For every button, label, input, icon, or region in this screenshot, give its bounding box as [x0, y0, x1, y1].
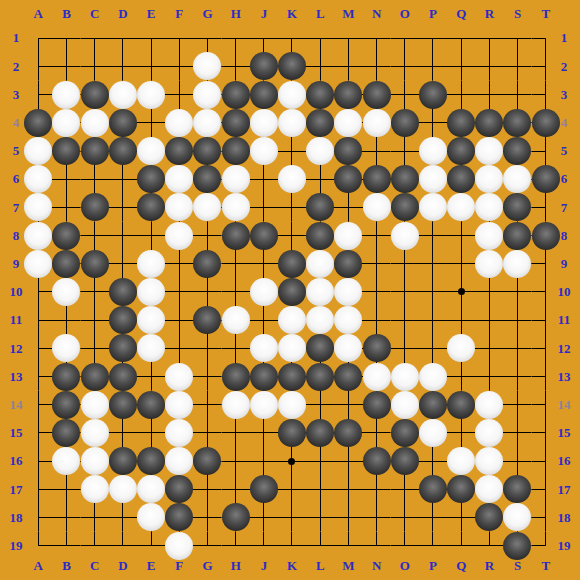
intersection-P4[interactable]: [419, 109, 447, 137]
intersection-R12[interactable]: [475, 334, 503, 362]
intersection-D3[interactable]: [109, 81, 137, 109]
intersection-K13[interactable]: [278, 362, 306, 390]
intersection-K3[interactable]: [278, 81, 306, 109]
intersection-S12[interactable]: [503, 334, 531, 362]
intersection-G10[interactable]: [193, 278, 221, 306]
intersection-E5[interactable]: [137, 137, 165, 165]
intersection-C17[interactable]: [81, 475, 109, 503]
intersection-E6[interactable]: [137, 165, 165, 193]
intersection-D18[interactable]: [109, 503, 137, 531]
intersection-N5[interactable]: [362, 137, 390, 165]
intersection-M7[interactable]: [334, 193, 362, 221]
intersection-E8[interactable]: [137, 222, 165, 250]
intersection-A7[interactable]: [24, 193, 52, 221]
intersection-D12[interactable]: [109, 334, 137, 362]
intersection-D7[interactable]: [109, 193, 137, 221]
intersection-P14[interactable]: [419, 391, 447, 419]
intersection-H8[interactable]: [222, 222, 250, 250]
intersection-R5[interactable]: [475, 137, 503, 165]
intersection-H7[interactable]: [222, 193, 250, 221]
intersection-M6[interactable]: [334, 165, 362, 193]
intersection-R14[interactable]: [475, 391, 503, 419]
intersection-B19[interactable]: [52, 532, 80, 560]
intersection-P13[interactable]: [419, 362, 447, 390]
intersection-G6[interactable]: [193, 165, 221, 193]
intersection-L4[interactable]: [306, 109, 334, 137]
intersection-J13[interactable]: [250, 362, 278, 390]
intersection-K8[interactable]: [278, 222, 306, 250]
intersection-O7[interactable]: [391, 193, 419, 221]
intersection-B4[interactable]: [52, 109, 80, 137]
intersection-M8[interactable]: [334, 222, 362, 250]
intersection-K18[interactable]: [278, 503, 306, 531]
intersection-B12[interactable]: [52, 334, 80, 362]
intersection-C8[interactable]: [81, 222, 109, 250]
intersection-D10[interactable]: [109, 278, 137, 306]
intersection-J19[interactable]: [250, 532, 278, 560]
intersection-Q5[interactable]: [447, 137, 475, 165]
intersection-G18[interactable]: [193, 503, 221, 531]
intersection-O13[interactable]: [391, 362, 419, 390]
intersection-T12[interactable]: [532, 334, 560, 362]
intersection-M19[interactable]: [334, 532, 362, 560]
intersection-J16[interactable]: [250, 447, 278, 475]
intersection-R9[interactable]: [475, 250, 503, 278]
intersection-P12[interactable]: [419, 334, 447, 362]
intersection-L5[interactable]: [306, 137, 334, 165]
intersection-S1[interactable]: [503, 24, 531, 52]
intersection-M13[interactable]: [334, 362, 362, 390]
intersection-S13[interactable]: [503, 362, 531, 390]
intersection-F17[interactable]: [165, 475, 193, 503]
intersection-R19[interactable]: [475, 532, 503, 560]
intersection-N4[interactable]: [362, 109, 390, 137]
intersection-D11[interactable]: [109, 306, 137, 334]
intersection-C2[interactable]: [81, 52, 109, 80]
intersection-B7[interactable]: [52, 193, 80, 221]
intersection-P18[interactable]: [419, 503, 447, 531]
intersection-K11[interactable]: [278, 306, 306, 334]
intersection-H12[interactable]: [222, 334, 250, 362]
intersection-C4[interactable]: [81, 109, 109, 137]
intersection-P5[interactable]: [419, 137, 447, 165]
intersection-E16[interactable]: [137, 447, 165, 475]
intersection-N6[interactable]: [362, 165, 390, 193]
intersection-C3[interactable]: [81, 81, 109, 109]
intersection-J9[interactable]: [250, 250, 278, 278]
intersection-M3[interactable]: [334, 81, 362, 109]
intersection-J2[interactable]: [250, 52, 278, 80]
intersection-S10[interactable]: [503, 278, 531, 306]
intersection-C13[interactable]: [81, 362, 109, 390]
intersection-D6[interactable]: [109, 165, 137, 193]
intersection-L9[interactable]: [306, 250, 334, 278]
intersection-N8[interactable]: [362, 222, 390, 250]
intersection-A6[interactable]: [24, 165, 52, 193]
intersection-G14[interactable]: [193, 391, 221, 419]
intersection-B13[interactable]: [52, 362, 80, 390]
intersection-N19[interactable]: [362, 532, 390, 560]
intersection-T2[interactable]: [532, 52, 560, 80]
intersection-H1[interactable]: [222, 24, 250, 52]
intersection-O15[interactable]: [391, 419, 419, 447]
intersection-K17[interactable]: [278, 475, 306, 503]
intersection-L3[interactable]: [306, 81, 334, 109]
intersection-A5[interactable]: [24, 137, 52, 165]
intersection-R17[interactable]: [475, 475, 503, 503]
intersection-K6[interactable]: [278, 165, 306, 193]
intersection-S14[interactable]: [503, 391, 531, 419]
intersection-B17[interactable]: [52, 475, 80, 503]
intersection-M15[interactable]: [334, 419, 362, 447]
intersection-F12[interactable]: [165, 334, 193, 362]
intersection-D2[interactable]: [109, 52, 137, 80]
intersection-B11[interactable]: [52, 306, 80, 334]
intersection-D14[interactable]: [109, 391, 137, 419]
intersection-H11[interactable]: [222, 306, 250, 334]
intersection-H4[interactable]: [222, 109, 250, 137]
intersection-N7[interactable]: [362, 193, 390, 221]
intersection-T9[interactable]: [532, 250, 560, 278]
intersection-C5[interactable]: [81, 137, 109, 165]
intersection-L16[interactable]: [306, 447, 334, 475]
intersection-E2[interactable]: [137, 52, 165, 80]
intersection-R3[interactable]: [475, 81, 503, 109]
intersection-J3[interactable]: [250, 81, 278, 109]
intersection-T15[interactable]: [532, 419, 560, 447]
intersection-D8[interactable]: [109, 222, 137, 250]
intersection-H13[interactable]: [222, 362, 250, 390]
intersection-T8[interactable]: [532, 222, 560, 250]
intersection-T4[interactable]: [532, 109, 560, 137]
intersection-K19[interactable]: [278, 532, 306, 560]
intersection-Q6[interactable]: [447, 165, 475, 193]
go-board[interactable]: [24, 24, 560, 560]
intersection-F2[interactable]: [165, 52, 193, 80]
intersection-E1[interactable]: [137, 24, 165, 52]
intersection-Q14[interactable]: [447, 391, 475, 419]
intersection-P2[interactable]: [419, 52, 447, 80]
intersection-N1[interactable]: [362, 24, 390, 52]
intersection-K5[interactable]: [278, 137, 306, 165]
intersection-K12[interactable]: [278, 334, 306, 362]
intersection-M18[interactable]: [334, 503, 362, 531]
intersection-G15[interactable]: [193, 419, 221, 447]
intersection-E17[interactable]: [137, 475, 165, 503]
intersection-A17[interactable]: [24, 475, 52, 503]
intersection-T13[interactable]: [532, 362, 560, 390]
intersection-D4[interactable]: [109, 109, 137, 137]
intersection-H19[interactable]: [222, 532, 250, 560]
intersection-M14[interactable]: [334, 391, 362, 419]
intersection-O10[interactable]: [391, 278, 419, 306]
intersection-F14[interactable]: [165, 391, 193, 419]
intersection-L17[interactable]: [306, 475, 334, 503]
intersection-G11[interactable]: [193, 306, 221, 334]
intersection-O4[interactable]: [391, 109, 419, 137]
intersection-A4[interactable]: [24, 109, 52, 137]
intersection-O14[interactable]: [391, 391, 419, 419]
intersection-N2[interactable]: [362, 52, 390, 80]
intersection-R18[interactable]: [475, 503, 503, 531]
intersection-R10[interactable]: [475, 278, 503, 306]
intersection-T17[interactable]: [532, 475, 560, 503]
intersection-L15[interactable]: [306, 419, 334, 447]
intersection-O18[interactable]: [391, 503, 419, 531]
intersection-B9[interactable]: [52, 250, 80, 278]
intersection-J18[interactable]: [250, 503, 278, 531]
intersection-J7[interactable]: [250, 193, 278, 221]
intersection-P1[interactable]: [419, 24, 447, 52]
intersection-H15[interactable]: [222, 419, 250, 447]
intersection-G8[interactable]: [193, 222, 221, 250]
intersection-P9[interactable]: [419, 250, 447, 278]
intersection-S3[interactable]: [503, 81, 531, 109]
intersection-R1[interactable]: [475, 24, 503, 52]
intersection-A16[interactable]: [24, 447, 52, 475]
intersection-F15[interactable]: [165, 419, 193, 447]
intersection-A11[interactable]: [24, 306, 52, 334]
intersection-M12[interactable]: [334, 334, 362, 362]
intersection-M11[interactable]: [334, 306, 362, 334]
intersection-T6[interactable]: [532, 165, 560, 193]
intersection-J4[interactable]: [250, 109, 278, 137]
intersection-A8[interactable]: [24, 222, 52, 250]
intersection-B14[interactable]: [52, 391, 80, 419]
intersection-E11[interactable]: [137, 306, 165, 334]
intersection-E3[interactable]: [137, 81, 165, 109]
intersection-D9[interactable]: [109, 250, 137, 278]
intersection-A10[interactable]: [24, 278, 52, 306]
intersection-D1[interactable]: [109, 24, 137, 52]
intersection-J8[interactable]: [250, 222, 278, 250]
intersection-F11[interactable]: [165, 306, 193, 334]
intersection-C15[interactable]: [81, 419, 109, 447]
intersection-R11[interactable]: [475, 306, 503, 334]
intersection-T16[interactable]: [532, 447, 560, 475]
intersection-E12[interactable]: [137, 334, 165, 362]
intersection-Q4[interactable]: [447, 109, 475, 137]
intersection-O8[interactable]: [391, 222, 419, 250]
intersection-C6[interactable]: [81, 165, 109, 193]
intersection-R15[interactable]: [475, 419, 503, 447]
intersection-C18[interactable]: [81, 503, 109, 531]
intersection-J14[interactable]: [250, 391, 278, 419]
intersection-A9[interactable]: [24, 250, 52, 278]
intersection-L12[interactable]: [306, 334, 334, 362]
intersection-E7[interactable]: [137, 193, 165, 221]
intersection-P10[interactable]: [419, 278, 447, 306]
intersection-D15[interactable]: [109, 419, 137, 447]
intersection-B2[interactable]: [52, 52, 80, 80]
intersection-H14[interactable]: [222, 391, 250, 419]
intersection-L18[interactable]: [306, 503, 334, 531]
intersection-S19[interactable]: [503, 532, 531, 560]
intersection-P8[interactable]: [419, 222, 447, 250]
intersection-F4[interactable]: [165, 109, 193, 137]
intersection-S7[interactable]: [503, 193, 531, 221]
intersection-H9[interactable]: [222, 250, 250, 278]
intersection-O1[interactable]: [391, 24, 419, 52]
intersection-K2[interactable]: [278, 52, 306, 80]
intersection-G3[interactable]: [193, 81, 221, 109]
intersection-A13[interactable]: [24, 362, 52, 390]
intersection-J12[interactable]: [250, 334, 278, 362]
intersection-S2[interactable]: [503, 52, 531, 80]
intersection-Q18[interactable]: [447, 503, 475, 531]
intersection-S4[interactable]: [503, 109, 531, 137]
intersection-L8[interactable]: [306, 222, 334, 250]
intersection-N11[interactable]: [362, 306, 390, 334]
intersection-S18[interactable]: [503, 503, 531, 531]
intersection-N16[interactable]: [362, 447, 390, 475]
intersection-M10[interactable]: [334, 278, 362, 306]
intersection-E4[interactable]: [137, 109, 165, 137]
intersection-P6[interactable]: [419, 165, 447, 193]
intersection-D17[interactable]: [109, 475, 137, 503]
intersection-C10[interactable]: [81, 278, 109, 306]
intersection-F3[interactable]: [165, 81, 193, 109]
intersection-G7[interactable]: [193, 193, 221, 221]
intersection-Q9[interactable]: [447, 250, 475, 278]
intersection-N13[interactable]: [362, 362, 390, 390]
intersection-Q7[interactable]: [447, 193, 475, 221]
intersection-M16[interactable]: [334, 447, 362, 475]
intersection-O6[interactable]: [391, 165, 419, 193]
intersection-E19[interactable]: [137, 532, 165, 560]
intersection-G16[interactable]: [193, 447, 221, 475]
intersection-T11[interactable]: [532, 306, 560, 334]
intersection-H16[interactable]: [222, 447, 250, 475]
intersection-K4[interactable]: [278, 109, 306, 137]
intersection-M2[interactable]: [334, 52, 362, 80]
intersection-Q1[interactable]: [447, 24, 475, 52]
intersection-R7[interactable]: [475, 193, 503, 221]
intersection-O17[interactable]: [391, 475, 419, 503]
intersection-H10[interactable]: [222, 278, 250, 306]
intersection-O2[interactable]: [391, 52, 419, 80]
intersection-R16[interactable]: [475, 447, 503, 475]
intersection-S11[interactable]: [503, 306, 531, 334]
intersection-D19[interactable]: [109, 532, 137, 560]
intersection-B6[interactable]: [52, 165, 80, 193]
intersection-B15[interactable]: [52, 419, 80, 447]
intersection-N15[interactable]: [362, 419, 390, 447]
intersection-R4[interactable]: [475, 109, 503, 137]
intersection-G5[interactable]: [193, 137, 221, 165]
intersection-N18[interactable]: [362, 503, 390, 531]
intersection-A14[interactable]: [24, 391, 52, 419]
intersection-A15[interactable]: [24, 419, 52, 447]
intersection-B5[interactable]: [52, 137, 80, 165]
intersection-P19[interactable]: [419, 532, 447, 560]
intersection-S9[interactable]: [503, 250, 531, 278]
intersection-C19[interactable]: [81, 532, 109, 560]
intersection-E9[interactable]: [137, 250, 165, 278]
intersection-S16[interactable]: [503, 447, 531, 475]
intersection-S5[interactable]: [503, 137, 531, 165]
intersection-G12[interactable]: [193, 334, 221, 362]
intersection-R2[interactable]: [475, 52, 503, 80]
intersection-F8[interactable]: [165, 222, 193, 250]
intersection-C16[interactable]: [81, 447, 109, 475]
intersection-B1[interactable]: [52, 24, 80, 52]
intersection-F7[interactable]: [165, 193, 193, 221]
intersection-K9[interactable]: [278, 250, 306, 278]
intersection-T1[interactable]: [532, 24, 560, 52]
intersection-R6[interactable]: [475, 165, 503, 193]
intersection-C14[interactable]: [81, 391, 109, 419]
intersection-L19[interactable]: [306, 532, 334, 560]
intersection-K7[interactable]: [278, 193, 306, 221]
intersection-J17[interactable]: [250, 475, 278, 503]
intersection-S15[interactable]: [503, 419, 531, 447]
intersection-T5[interactable]: [532, 137, 560, 165]
intersection-B8[interactable]: [52, 222, 80, 250]
intersection-P16[interactable]: [419, 447, 447, 475]
intersection-S6[interactable]: [503, 165, 531, 193]
intersection-P11[interactable]: [419, 306, 447, 334]
intersection-J6[interactable]: [250, 165, 278, 193]
intersection-E14[interactable]: [137, 391, 165, 419]
intersection-R13[interactable]: [475, 362, 503, 390]
intersection-G4[interactable]: [193, 109, 221, 137]
intersection-H3[interactable]: [222, 81, 250, 109]
intersection-Q8[interactable]: [447, 222, 475, 250]
intersection-L6[interactable]: [306, 165, 334, 193]
intersection-A19[interactable]: [24, 532, 52, 560]
intersection-H17[interactable]: [222, 475, 250, 503]
intersection-R8[interactable]: [475, 222, 503, 250]
intersection-T7[interactable]: [532, 193, 560, 221]
intersection-J1[interactable]: [250, 24, 278, 52]
intersection-G9[interactable]: [193, 250, 221, 278]
intersection-K10[interactable]: [278, 278, 306, 306]
intersection-S17[interactable]: [503, 475, 531, 503]
intersection-L2[interactable]: [306, 52, 334, 80]
intersection-K16[interactable]: [278, 447, 306, 475]
intersection-K1[interactable]: [278, 24, 306, 52]
intersection-H2[interactable]: [222, 52, 250, 80]
intersection-M5[interactable]: [334, 137, 362, 165]
intersection-J15[interactable]: [250, 419, 278, 447]
intersection-M17[interactable]: [334, 475, 362, 503]
intersection-Q15[interactable]: [447, 419, 475, 447]
intersection-A1[interactable]: [24, 24, 52, 52]
intersection-C7[interactable]: [81, 193, 109, 221]
intersection-L13[interactable]: [306, 362, 334, 390]
intersection-E15[interactable]: [137, 419, 165, 447]
intersection-P7[interactable]: [419, 193, 447, 221]
intersection-L1[interactable]: [306, 24, 334, 52]
intersection-L7[interactable]: [306, 193, 334, 221]
intersection-Q16[interactable]: [447, 447, 475, 475]
intersection-O12[interactable]: [391, 334, 419, 362]
intersection-Q19[interactable]: [447, 532, 475, 560]
intersection-L10[interactable]: [306, 278, 334, 306]
intersection-A18[interactable]: [24, 503, 52, 531]
intersection-G1[interactable]: [193, 24, 221, 52]
intersection-P3[interactable]: [419, 81, 447, 109]
intersection-O5[interactable]: [391, 137, 419, 165]
intersection-B10[interactable]: [52, 278, 80, 306]
intersection-C9[interactable]: [81, 250, 109, 278]
intersection-F9[interactable]: [165, 250, 193, 278]
intersection-T18[interactable]: [532, 503, 560, 531]
intersection-N14[interactable]: [362, 391, 390, 419]
intersection-J10[interactable]: [250, 278, 278, 306]
intersection-F13[interactable]: [165, 362, 193, 390]
